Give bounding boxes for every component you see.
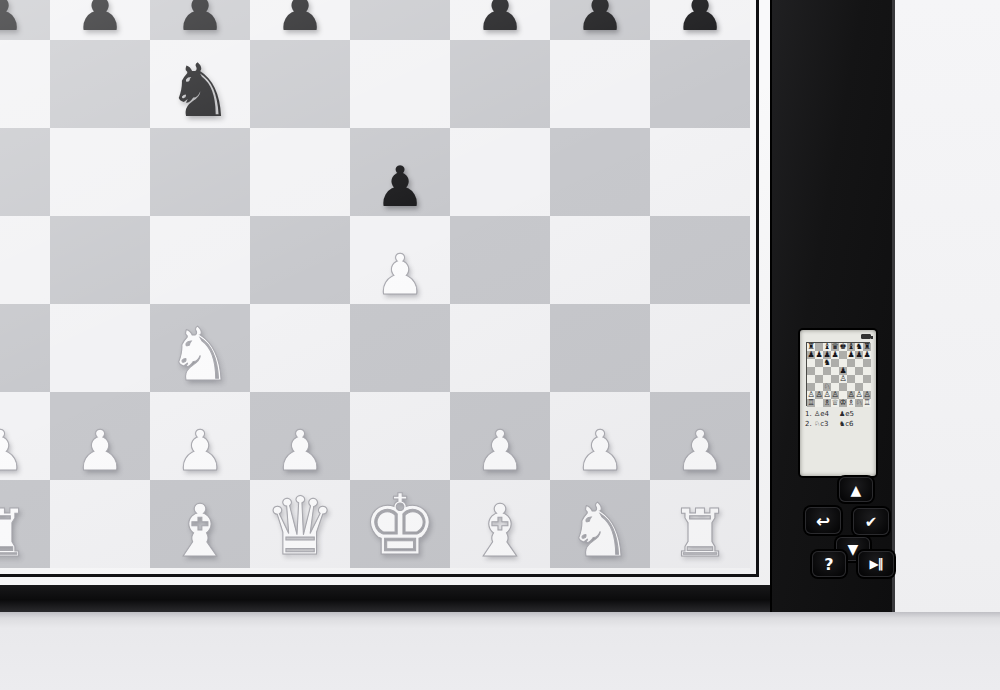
square-c6[interactable]: ♞ [150, 40, 250, 128]
help-button[interactable]: ? [812, 551, 846, 577]
square-d4[interactable] [250, 216, 350, 304]
mini-square [839, 383, 847, 391]
black-pawn-a7[interactable]: ♟ [0, 0, 50, 39]
square-b1[interactable] [50, 480, 150, 568]
square-a2[interactable]: ♟ [0, 392, 50, 480]
square-h4[interactable] [650, 216, 750, 304]
mini-piece: ♙ [839, 375, 847, 383]
square-h2[interactable]: ♟ [650, 392, 750, 480]
square-e6[interactable] [350, 40, 450, 128]
mini-square [815, 359, 823, 367]
move-row: 2. ♘c3 ♞c6 [805, 420, 871, 430]
mini-square [831, 367, 839, 375]
mini-square [831, 375, 839, 383]
white-pawn-h2[interactable]: ♟ [650, 423, 750, 479]
square-c4[interactable] [150, 216, 250, 304]
lcd-mini-chessboard: ♜♝♛♚♝♞♜♟♟♟♟♟♟♟♞♟♙♘♙♙♙♙♙♙♙♖♗♕♔♗♘♖ [806, 342, 870, 406]
lcd-move-list: 1. ♙e4 ♟e5 2. ♘c3 ♞c6 [800, 410, 876, 430]
mini-square [815, 399, 823, 407]
white-knight-c3[interactable]: ♞ [150, 317, 250, 391]
black-move: ♟e5 [839, 410, 869, 420]
square-e2[interactable] [350, 392, 450, 480]
white-bishop-f1[interactable]: ♝ [450, 495, 550, 567]
mini-square [855, 375, 863, 383]
mini-square [807, 375, 815, 383]
mini-square [815, 367, 823, 375]
mini-piece: ♕ [831, 399, 839, 407]
square-f1[interactable]: ♝ [450, 480, 550, 568]
square-g2[interactable]: ♟ [550, 392, 650, 480]
mini-square [863, 367, 871, 375]
square-b7[interactable]: ♟ [50, 0, 150, 40]
back-button[interactable]: ↩ [805, 507, 841, 534]
square-f7[interactable]: ♟ [450, 0, 550, 40]
mini-square [807, 359, 815, 367]
back-arrow-icon: ↩ [816, 511, 830, 531]
confirm-button[interactable]: ✔ [853, 508, 889, 535]
electronic-chessboard-scene: ♜♝♛♚♝♞♜♟♟♟♟♟♟♟♞♟♟♞♟♟♟♟♟♟♟♜♝♛♚♝♞♜ ♜♝♛♚♝♞♜… [0, 0, 1000, 690]
mini-piece: ♔ [839, 399, 847, 407]
battery-icon [861, 334, 871, 339]
white-pawn-d2[interactable]: ♟ [250, 423, 350, 479]
white-king-e1[interactable]: ♚ [350, 483, 450, 567]
white-pawn-e4[interactable]: ♟ [350, 247, 450, 303]
black-pawn-h7[interactable]: ♟ [650, 0, 750, 39]
square-c2[interactable]: ♟ [150, 392, 250, 480]
down-arrow-icon: ▼ [848, 541, 859, 557]
mini-square [823, 367, 831, 375]
up-arrow-icon: ▲ [851, 482, 862, 498]
square-f5[interactable] [450, 128, 550, 216]
square-d6[interactable] [250, 40, 350, 128]
white-pawn-f2[interactable]: ♟ [450, 423, 550, 479]
question-mark-icon: ? [824, 555, 833, 574]
mini-piece: ♖ [863, 399, 871, 407]
mini-piece: ♙ [815, 391, 823, 399]
square-f3[interactable] [450, 304, 550, 392]
square-g5[interactable] [550, 128, 650, 216]
black-pawn-d7[interactable]: ♟ [250, 0, 350, 39]
square-c5[interactable] [150, 128, 250, 216]
square-c1[interactable]: ♝ [150, 480, 250, 568]
mini-piece: ♟ [863, 351, 871, 359]
mini-square [839, 351, 847, 359]
square-e3[interactable] [350, 304, 450, 392]
square-b3[interactable] [50, 304, 150, 392]
mini-square [807, 367, 815, 375]
square-a1[interactable]: ♜ [0, 480, 50, 568]
square-a4[interactable] [0, 216, 50, 304]
square-e4[interactable]: ♟ [350, 216, 450, 304]
mini-square [815, 375, 823, 383]
lcd-status-row [800, 333, 876, 341]
white-move: 1. ♙e4 [805, 410, 839, 420]
square-e5[interactable]: ♟ [350, 128, 450, 216]
mini-square [863, 359, 871, 367]
move-number: 1. [805, 410, 812, 418]
white-queen-d1[interactable]: ♛ [250, 487, 350, 567]
square-d2[interactable]: ♟ [250, 392, 350, 480]
mini-square [847, 367, 855, 375]
white-pawn-c2[interactable]: ♟ [150, 423, 250, 479]
square-e7[interactable] [350, 0, 450, 40]
white-rook-h1[interactable]: ♜ [650, 501, 750, 567]
up-arrow-button[interactable]: ▲ [839, 477, 873, 502]
mini-piece: ♟ [807, 351, 815, 359]
white-rook-a1[interactable]: ♜ [0, 501, 50, 567]
square-b2[interactable]: ♟ [50, 392, 150, 480]
black-pawn-b7[interactable]: ♟ [50, 0, 150, 39]
chess-board: ♜♝♛♚♝♞♜♟♟♟♟♟♟♟♞♟♟♞♟♟♟♟♟♟♟♜♝♛♚♝♞♜ [0, 0, 750, 568]
mini-piece: ♗ [823, 399, 831, 407]
square-d1[interactable]: ♛ [250, 480, 350, 568]
square-b6[interactable] [50, 40, 150, 128]
move-number: 2. [805, 420, 812, 428]
square-h1[interactable]: ♜ [650, 480, 750, 568]
square-h6[interactable] [650, 40, 750, 128]
mini-piece: ♚ [839, 343, 847, 351]
square-h7[interactable]: ♟ [650, 0, 750, 40]
play-pause-button[interactable]: ▶‖ [858, 551, 894, 577]
play-pause-icon: ▶‖ [869, 557, 882, 571]
mini-piece: ♟ [815, 351, 823, 359]
black-pawn-c7[interactable]: ♟ [150, 0, 250, 39]
white-move: 2. ♘c3 [805, 420, 839, 430]
square-d5[interactable] [250, 128, 350, 216]
black-pawn-e5[interactable]: ♟ [350, 159, 450, 215]
white-knight-g1[interactable]: ♞ [550, 493, 650, 567]
square-b5[interactable] [50, 128, 150, 216]
square-f4[interactable] [450, 216, 550, 304]
square-a5[interactable] [0, 128, 50, 216]
mini-piece: ♞ [823, 359, 831, 367]
square-c7[interactable]: ♟ [150, 0, 250, 40]
square-a7[interactable]: ♟ [0, 0, 50, 40]
checkmark-icon: ✔ [865, 513, 878, 531]
board-frame-bottom [0, 585, 895, 612]
white-pawn-b2[interactable]: ♟ [50, 423, 150, 479]
square-c3[interactable]: ♞ [150, 304, 250, 392]
tabletop [0, 612, 1000, 690]
mini-square [855, 359, 863, 367]
mini-piece: ♘ [855, 399, 863, 407]
board-border-line-bottom [0, 574, 759, 577]
black-move: ♞c6 [839, 420, 869, 430]
square-h3[interactable] [650, 304, 750, 392]
square-e1[interactable]: ♚ [350, 480, 450, 568]
move-row: 1. ♙e4 ♟e5 [805, 410, 871, 420]
mini-square [831, 359, 839, 367]
mini-square [847, 375, 855, 383]
lcd-display: ♜♝♛♚♝♞♜♟♟♟♟♟♟♟♞♟♙♘♙♙♙♙♙♙♙♖♗♕♔♗♘♖ 1. ♙e4 … [800, 330, 876, 476]
mini-square [855, 367, 863, 375]
square-g1[interactable]: ♞ [550, 480, 650, 568]
white-bishop-c1[interactable]: ♝ [150, 495, 250, 567]
mini-square [863, 375, 871, 383]
square-g6[interactable] [550, 40, 650, 128]
square-d7[interactable]: ♟ [250, 0, 350, 40]
mini-piece: ♖ [807, 399, 815, 407]
square-d3[interactable] [250, 304, 350, 392]
square-a3[interactable] [0, 304, 50, 392]
square-b4[interactable] [50, 216, 150, 304]
mini-square [847, 359, 855, 367]
square-h5[interactable] [650, 128, 750, 216]
board-frame-right: ♜♝♛♚♝♞♜♟♟♟♟♟♟♟♞♟♙♘♙♙♙♙♙♙♙♖♗♕♔♗♘♖ 1. ♙e4 … [770, 0, 895, 612]
square-f6[interactable] [450, 40, 550, 128]
white-pawn-g2[interactable]: ♟ [550, 423, 650, 479]
square-a6[interactable] [0, 40, 50, 128]
mini-piece: ♗ [847, 399, 855, 407]
square-g3[interactable] [550, 304, 650, 392]
mini-piece: ♟ [831, 351, 839, 359]
black-knight-c6[interactable]: ♞ [150, 53, 250, 127]
black-pawn-g7[interactable]: ♟ [550, 0, 650, 39]
square-g7[interactable]: ♟ [550, 0, 650, 40]
square-f2[interactable]: ♟ [450, 392, 550, 480]
white-pawn-a2[interactable]: ♟ [0, 423, 50, 479]
mini-piece: ♟ [847, 351, 855, 359]
square-g4[interactable] [550, 216, 650, 304]
board-border-line-right [756, 0, 759, 577]
black-pawn-f7[interactable]: ♟ [450, 0, 550, 39]
mini-piece: ♟ [855, 351, 863, 359]
